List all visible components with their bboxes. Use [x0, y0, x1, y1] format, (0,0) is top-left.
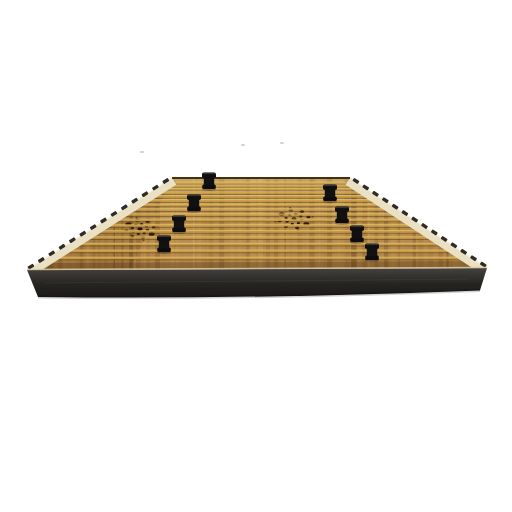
- bridge-left-2: [187, 194, 201, 213]
- dust-speck: [140, 151, 144, 153]
- string-course: [0, 250, 512, 253]
- bridge-left-1: [202, 172, 216, 191]
- dust-speck: [241, 144, 245, 146]
- product-photo: [0, 0, 512, 512]
- bridge-right-1: [323, 184, 337, 203]
- bridge-right-4: [365, 243, 379, 262]
- bridge-right-3: [350, 225, 364, 244]
- santur-illustration: [0, 0, 512, 512]
- bridge-right-2: [335, 206, 349, 225]
- bridge-left-4: [157, 235, 171, 254]
- bridge-left-3: [172, 215, 186, 234]
- dust-speck: [280, 142, 284, 144]
- string-course: [0, 257, 512, 260]
